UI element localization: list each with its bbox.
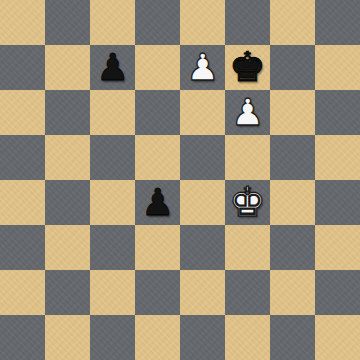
square-g5[interactable] — [270, 135, 315, 180]
square-b1[interactable] — [45, 315, 90, 360]
square-e6[interactable] — [180, 90, 225, 135]
square-d5[interactable] — [135, 135, 180, 180]
square-h5[interactable] — [315, 135, 360, 180]
square-f1[interactable] — [225, 315, 270, 360]
square-h2[interactable] — [315, 270, 360, 315]
square-e3[interactable] — [180, 225, 225, 270]
square-g4[interactable] — [270, 180, 315, 225]
square-e2[interactable] — [180, 270, 225, 315]
square-b4[interactable] — [45, 180, 90, 225]
chess-board: ♟♟♚♟♟♚ — [0, 0, 360, 360]
square-a2[interactable] — [0, 270, 45, 315]
square-a1[interactable] — [0, 315, 45, 360]
square-c2[interactable] — [90, 270, 135, 315]
square-d8[interactable] — [135, 0, 180, 45]
square-h6[interactable] — [315, 90, 360, 135]
square-b3[interactable] — [45, 225, 90, 270]
square-c7[interactable]: ♟ — [90, 45, 135, 90]
square-a3[interactable] — [0, 225, 45, 270]
square-a7[interactable] — [0, 45, 45, 90]
piece-black-pawn-c7[interactable]: ♟ — [96, 49, 129, 86]
square-a8[interactable] — [0, 0, 45, 45]
square-f6[interactable]: ♟ — [225, 90, 270, 135]
piece-black-pawn-d4[interactable]: ♟ — [141, 184, 174, 221]
square-g1[interactable] — [270, 315, 315, 360]
square-g7[interactable] — [270, 45, 315, 90]
square-g2[interactable] — [270, 270, 315, 315]
square-b5[interactable] — [45, 135, 90, 180]
square-f5[interactable] — [225, 135, 270, 180]
square-h8[interactable] — [315, 0, 360, 45]
square-a6[interactable] — [0, 90, 45, 135]
square-d1[interactable] — [135, 315, 180, 360]
square-e7[interactable]: ♟ — [180, 45, 225, 90]
square-c8[interactable] — [90, 0, 135, 45]
square-e8[interactable] — [180, 0, 225, 45]
square-b6[interactable] — [45, 90, 90, 135]
square-h3[interactable] — [315, 225, 360, 270]
piece-white-pawn-f6[interactable]: ♟ — [231, 94, 264, 131]
square-d2[interactable] — [135, 270, 180, 315]
piece-white-king-f4[interactable]: ♚ — [229, 182, 266, 223]
square-c3[interactable] — [90, 225, 135, 270]
piece-white-pawn-e7[interactable]: ♟ — [186, 49, 219, 86]
square-g6[interactable] — [270, 90, 315, 135]
square-f8[interactable] — [225, 0, 270, 45]
square-f7[interactable]: ♚ — [225, 45, 270, 90]
square-a5[interactable] — [0, 135, 45, 180]
square-c5[interactable] — [90, 135, 135, 180]
square-f2[interactable] — [225, 270, 270, 315]
square-d4[interactable]: ♟ — [135, 180, 180, 225]
square-c6[interactable] — [90, 90, 135, 135]
square-b7[interactable] — [45, 45, 90, 90]
square-g3[interactable] — [270, 225, 315, 270]
chess-board-window: ♟♟♚♟♟♚ — [0, 0, 360, 360]
square-f4[interactable]: ♚ — [225, 180, 270, 225]
square-g8[interactable] — [270, 0, 315, 45]
square-d6[interactable] — [135, 90, 180, 135]
square-e1[interactable] — [180, 315, 225, 360]
square-h4[interactable] — [315, 180, 360, 225]
square-e5[interactable] — [180, 135, 225, 180]
square-b2[interactable] — [45, 270, 90, 315]
square-c1[interactable] — [90, 315, 135, 360]
piece-black-king-f7[interactable]: ♚ — [229, 47, 266, 88]
square-d7[interactable] — [135, 45, 180, 90]
square-a4[interactable] — [0, 180, 45, 225]
square-c4[interactable] — [90, 180, 135, 225]
square-d3[interactable] — [135, 225, 180, 270]
square-h7[interactable] — [315, 45, 360, 90]
square-b8[interactable] — [45, 0, 90, 45]
square-h1[interactable] — [315, 315, 360, 360]
square-e4[interactable] — [180, 180, 225, 225]
square-f3[interactable] — [225, 225, 270, 270]
